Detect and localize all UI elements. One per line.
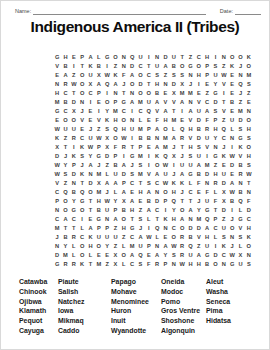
grid-cell: G: [128, 152, 136, 161]
grid-cell: E: [70, 53, 78, 62]
grid-cell: G: [186, 169, 194, 178]
grid-cell: B: [120, 205, 128, 214]
grid-cell: L: [70, 241, 78, 250]
grid-cell: E: [53, 71, 61, 80]
grid-cell: M: [95, 169, 103, 178]
grid-cell: D: [128, 62, 136, 71]
grid-cell: X: [53, 143, 61, 152]
grid-cell: Q: [103, 80, 111, 89]
grid-cell: A: [111, 80, 119, 89]
grid-cell: Q: [153, 223, 161, 232]
grid-cell: U: [195, 152, 203, 161]
grid-cell: K: [220, 241, 228, 250]
grid-cell: A: [228, 178, 236, 187]
grid-cell: X: [111, 250, 119, 259]
grid-cell: Z: [245, 89, 253, 98]
grid-cell: Y: [161, 250, 169, 259]
word-list-item: Wyandotte: [111, 326, 161, 336]
grid-cell: W: [145, 232, 153, 241]
grid-cell: R: [178, 232, 186, 241]
grid-cell: W: [178, 259, 186, 268]
grid-cell: Y: [103, 241, 111, 250]
grid-cell: L: [211, 232, 219, 241]
grid-cell: C: [245, 214, 253, 223]
grid-cell: A: [186, 205, 194, 214]
grid-cell: H: [136, 187, 144, 196]
grid-cell: T: [178, 196, 186, 205]
grid-cell: G: [95, 152, 103, 161]
grid-cell: E: [220, 160, 228, 169]
grid-cell: N: [220, 53, 228, 62]
grid-cell: G: [128, 223, 136, 232]
grid-cell: C: [128, 232, 136, 241]
grid-cell: E: [95, 98, 103, 107]
grid-cell: A: [128, 71, 136, 80]
grid-cell: L: [236, 241, 244, 250]
grid-cell: F: [195, 178, 203, 187]
grid-cell: U: [220, 223, 228, 232]
grid-cell: Z: [70, 71, 78, 80]
grid-cell: H: [120, 223, 128, 232]
grid-cell: A: [111, 178, 119, 187]
grid-cell: M: [203, 160, 211, 169]
grid-cell: H: [53, 89, 61, 98]
grid-cell: R: [203, 125, 211, 134]
grid-cell: G: [95, 214, 103, 223]
grid-cell: O: [136, 89, 144, 98]
grid-cell: P: [120, 178, 128, 187]
grid-cell: W: [53, 169, 61, 178]
grid-cell: U: [61, 125, 69, 134]
grid-cell: I: [86, 98, 94, 107]
grid-cell: D: [136, 80, 144, 89]
grid-cell: A: [153, 143, 161, 152]
grid-cell: Q: [236, 196, 244, 205]
grid-cell: O: [245, 116, 253, 125]
grid-cell: A: [161, 62, 169, 71]
grid-cell: C: [153, 205, 161, 214]
grid-cell: S: [61, 169, 69, 178]
grid-cell: M: [170, 116, 178, 125]
grid-cell: S: [136, 259, 144, 268]
grid-cell: O: [178, 62, 186, 71]
grid-cell: H: [203, 232, 211, 241]
grid-cell: E: [228, 71, 236, 80]
grid-cell: L: [103, 169, 111, 178]
grid-cell: G: [53, 53, 61, 62]
grid-cell: A: [103, 178, 111, 187]
grid-cell: C: [211, 223, 219, 232]
grid-cell: Z: [120, 232, 128, 241]
grid-cell: J: [178, 187, 186, 196]
grid-cell: H: [120, 125, 128, 134]
grid-cell: I: [220, 89, 228, 98]
grid-cell: X: [178, 80, 186, 89]
grid-cell: N: [245, 250, 253, 259]
grid-cell: D: [70, 98, 78, 107]
grid-cell: P: [211, 116, 219, 125]
grid-cell: U: [111, 169, 119, 178]
grid-cell: K: [153, 152, 161, 161]
grid-cell: S: [245, 259, 253, 268]
grid-cell: M: [178, 89, 186, 98]
grid-cell: U: [236, 259, 244, 268]
grid-cell: P: [203, 71, 211, 80]
grid-cell: T: [86, 196, 94, 205]
grid-cell: I: [203, 152, 211, 161]
grid-cell: K: [220, 152, 228, 161]
grid-cell: I: [178, 107, 186, 116]
grid-cell: O: [111, 53, 119, 62]
grid-cell: X: [70, 107, 78, 116]
grid-cell: O: [86, 187, 94, 196]
grid-cell: W: [161, 178, 169, 187]
grid-cell: S: [236, 232, 244, 241]
grid-cell: Q: [161, 152, 169, 161]
grid-cell: M: [61, 250, 69, 259]
grid-cell: O: [95, 241, 103, 250]
word-list-item: Menominee: [111, 297, 161, 307]
grid-cell: N: [161, 80, 169, 89]
grid-cell: O: [170, 232, 178, 241]
grid-cell: D: [220, 178, 228, 187]
word-list-item: Klamath: [19, 306, 58, 316]
grid-cell: T: [61, 143, 69, 152]
grid-cell: K: [245, 53, 253, 62]
grid-cell: P: [203, 62, 211, 71]
grid-cell: E: [228, 107, 236, 116]
grid-cell: Z: [111, 62, 119, 71]
grid-cell: J: [236, 62, 244, 71]
grid-cell: T: [145, 80, 153, 89]
grid-cell: G: [120, 98, 128, 107]
grid-cell: B: [95, 62, 103, 71]
grid-cell: G: [211, 89, 219, 98]
grid-cell: E: [103, 250, 111, 259]
grid-cell: U: [145, 98, 153, 107]
grid-cell: L: [186, 178, 194, 187]
grid-cell: R: [70, 232, 78, 241]
grid-cell: K: [170, 178, 178, 187]
grid-cell: Z: [186, 53, 194, 62]
grid-cell: T: [78, 62, 86, 71]
grid-cell: C: [220, 134, 228, 143]
word-list-item: Pima: [206, 306, 259, 316]
grid-cell: H: [186, 143, 194, 152]
grid-cell: A: [128, 250, 136, 259]
grid-cell: L: [211, 187, 219, 196]
grid-cell: F: [145, 259, 153, 268]
grid-cell: B: [70, 187, 78, 196]
grid-cell: T: [178, 143, 186, 152]
grid-cell: A: [195, 160, 203, 169]
grid-cell: T: [153, 214, 161, 223]
grid-cell: T: [220, 98, 228, 107]
grid-cell: W: [86, 143, 94, 152]
grid-cell: D: [86, 178, 94, 187]
grid-cell: D: [153, 196, 161, 205]
grid-cell: O: [161, 187, 169, 196]
grid-cell: N: [120, 53, 128, 62]
grid-cell: I: [95, 107, 103, 116]
grid-cell: O: [128, 80, 136, 89]
grid-cell: X: [103, 143, 111, 152]
grid-cell: L: [111, 187, 119, 196]
grid-cell: M: [245, 71, 253, 80]
grid-cell: P: [161, 196, 169, 205]
grid-cell: N: [86, 169, 94, 178]
grid-cell: N: [245, 187, 253, 196]
grid-cell: N: [53, 205, 61, 214]
grid-cell: M: [161, 134, 169, 143]
grid-cell: D: [211, 250, 219, 259]
letter-grid: GHEPALGONQUINDUTZCHINOOKVBITKBIZNDCTUABO…: [53, 53, 253, 268]
grid-cell: E: [53, 116, 61, 125]
grid-cell: I: [128, 134, 136, 143]
grid-cell: N: [120, 62, 128, 71]
grid-cell: Q: [111, 125, 119, 134]
grid-cell: C: [145, 71, 153, 80]
grid-cell: P: [95, 89, 103, 98]
grid-cell: R: [153, 259, 161, 268]
word-list-item: Huron: [111, 306, 161, 316]
grid-cell: U: [86, 134, 94, 143]
grid-cell: U: [186, 160, 194, 169]
grid-cell: O: [78, 71, 86, 80]
grid-cell: L: [136, 116, 144, 125]
word-list-item: Oneida: [161, 277, 206, 287]
grid-cell: S: [178, 71, 186, 80]
grid-cell: N: [228, 232, 236, 241]
grid-cell: B: [186, 232, 194, 241]
grid-cell: S: [136, 214, 144, 223]
grid-cell: P: [111, 98, 119, 107]
grid-cell: F: [120, 71, 128, 80]
grid-cell: A: [153, 169, 161, 178]
date-blank-line: [235, 8, 261, 15]
word-list-item: Papago: [111, 277, 161, 287]
grid-cell: C: [136, 107, 144, 116]
grid-cell: C: [86, 89, 94, 98]
grid-cell: E: [86, 116, 94, 125]
grid-cell: C: [120, 107, 128, 116]
grid-cell: P: [95, 223, 103, 232]
grid-cell: N: [186, 98, 194, 107]
grid-cell: G: [103, 53, 111, 62]
grid-cell: P: [145, 241, 153, 250]
grid-cell: X: [170, 152, 178, 161]
grid-cell: X: [111, 259, 119, 268]
grid-cell: L: [86, 250, 94, 259]
grid-cell: C: [220, 250, 228, 259]
grid-cell: W: [170, 241, 178, 250]
grid-cell: P: [111, 152, 119, 161]
grid-cell: C: [128, 178, 136, 187]
grid-cell: C: [153, 178, 161, 187]
grid-cell: X: [236, 250, 244, 259]
grid-cell: V: [95, 116, 103, 125]
grid-cell: S: [170, 71, 178, 80]
grid-cell: J: [236, 89, 244, 98]
grid-cell: W: [103, 71, 111, 80]
grid-cell: C: [53, 214, 61, 223]
grid-cell: E: [78, 125, 86, 134]
grid-cell: M: [136, 98, 144, 107]
grid-cell: D: [53, 152, 61, 161]
grid-cell: H: [153, 80, 161, 89]
grid-cell: N: [211, 143, 219, 152]
grid-cell: Z: [220, 62, 228, 71]
grid-cell: O: [211, 259, 219, 268]
grid-cell: F: [211, 196, 219, 205]
word-list-item: Modoc: [161, 287, 206, 297]
grid-cell: I: [228, 143, 236, 152]
grid-cell: J: [186, 80, 194, 89]
grid-cell: I: [120, 152, 128, 161]
grid-cell: E: [86, 107, 94, 116]
grid-cell: L: [120, 241, 128, 250]
grid-cell: Q: [128, 53, 136, 62]
grid-cell: E: [228, 169, 236, 178]
grid-cell: A: [86, 223, 94, 232]
grid-cell: J: [170, 143, 178, 152]
grid-cell: I: [145, 160, 153, 169]
grid-cell: Z: [195, 241, 203, 250]
grid-cell: Z: [220, 214, 228, 223]
grid-cell: I: [145, 53, 153, 62]
grid-cell: X: [220, 196, 228, 205]
grid-cell: P: [136, 143, 144, 152]
grid-cell: I: [228, 205, 236, 214]
grid-cell: G: [53, 107, 61, 116]
grid-cell: F: [203, 116, 211, 125]
grid-cell: S: [211, 107, 219, 116]
grid-cell: T: [86, 259, 94, 268]
grid-cell: A: [128, 98, 136, 107]
grid-cell: T: [86, 205, 94, 214]
grid-cell: V: [236, 152, 244, 161]
grid-cell: D: [120, 169, 128, 178]
grid-cell: D: [220, 205, 228, 214]
grid-cell: B: [228, 98, 236, 107]
grid-cell: A: [136, 232, 144, 241]
grid-cell: J: [86, 125, 94, 134]
grid-cell: G: [236, 134, 244, 143]
grid-cell: H: [111, 116, 119, 125]
grid-cell: U: [211, 71, 219, 80]
grid-cell: M: [53, 223, 61, 232]
grid-cell: A: [61, 214, 69, 223]
grid-cell: S: [78, 152, 86, 161]
grid-cell: R: [70, 134, 78, 143]
grid-cell: A: [128, 196, 136, 205]
grid-cell: O: [120, 250, 128, 259]
grid-cell: Y: [70, 196, 78, 205]
grid-cell: Q: [145, 107, 153, 116]
grid-cell: M: [53, 98, 61, 107]
grid-cell: D: [186, 223, 194, 232]
grid-cell: K: [111, 71, 119, 80]
grid-cell: I: [70, 143, 78, 152]
grid-cell: C: [186, 187, 194, 196]
grid-cell: G: [203, 205, 211, 214]
name-label: Name:: [15, 8, 31, 15]
grid-cell: B: [236, 187, 244, 196]
grid-cell: G: [203, 250, 211, 259]
grid-cell: Z: [95, 125, 103, 134]
grid-cell: H: [245, 223, 253, 232]
grid-cell: Y: [195, 205, 203, 214]
grid-cell: R: [211, 178, 219, 187]
grid-cell: Q: [186, 241, 194, 250]
grid-cell: U: [136, 241, 144, 250]
word-list-item: Iowa: [58, 306, 111, 316]
grid-cell: U: [186, 250, 194, 259]
grid-cell: O: [78, 89, 86, 98]
grid-cell: B: [203, 259, 211, 268]
grid-cell: S: [245, 80, 253, 89]
grid-cell: U: [170, 53, 178, 62]
grid-cell: E: [228, 80, 236, 89]
grid-cell: F: [245, 196, 253, 205]
grid-cell: V: [203, 143, 211, 152]
grid-cell: O: [103, 98, 111, 107]
grid-cell: C: [78, 134, 86, 143]
grid-cell: O: [120, 214, 128, 223]
grid-cell: G: [70, 205, 78, 214]
grid-cell: T: [120, 89, 128, 98]
word-list-item: Catawba: [19, 277, 58, 287]
grid-cell: E: [128, 187, 136, 196]
grid-cell: T: [128, 143, 136, 152]
grid-cell: Y: [170, 205, 178, 214]
grid-cell: I: [103, 62, 111, 71]
grid-cell: F: [153, 116, 161, 125]
grid-cell: L: [170, 125, 178, 134]
grid-cell: H: [186, 125, 194, 134]
grid-cell: N: [153, 134, 161, 143]
grid-cell: O: [61, 116, 69, 125]
grid-cell: H: [203, 53, 211, 62]
grid-cell: A: [203, 223, 211, 232]
grid-cell: N: [228, 134, 236, 143]
grid-cell: U: [203, 134, 211, 143]
grid-cell: K: [161, 214, 169, 223]
word-list-item: Salish: [58, 287, 111, 297]
grid-cell: O: [228, 53, 236, 62]
grid-cell: Q: [136, 250, 144, 259]
grid-cell: S: [245, 134, 253, 143]
grid-cell: K: [78, 143, 86, 152]
word-list-item: Seneca: [206, 297, 259, 307]
grid-cell: R: [61, 259, 69, 268]
word-list-item: Algonquin: [161, 326, 206, 336]
grid-cell: R: [236, 169, 244, 178]
grid-cell: B: [236, 160, 244, 169]
grid-cell: U: [111, 232, 119, 241]
grid-cell: E: [195, 187, 203, 196]
grid-cell: O: [78, 205, 86, 214]
grid-cell: P: [211, 214, 219, 223]
grid-cell: O: [178, 223, 186, 232]
word-list-item: Washa: [206, 287, 259, 297]
grid-cell: Y: [211, 80, 219, 89]
grid-cell: M: [136, 125, 144, 134]
grid-cell: H: [170, 214, 178, 223]
word-list-item: Pequot: [19, 316, 58, 326]
grid-cell: A: [178, 169, 186, 178]
grid-cell: I: [145, 152, 153, 161]
